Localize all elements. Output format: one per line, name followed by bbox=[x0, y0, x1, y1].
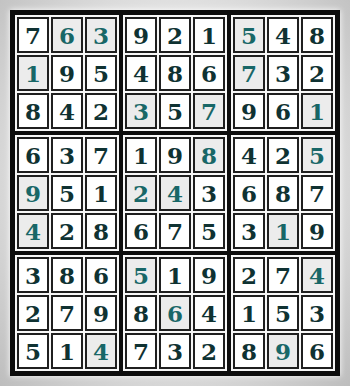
box-r1c3: 548732961 bbox=[229, 13, 337, 133]
cell-r6c4[interactable]: 6 bbox=[125, 213, 157, 249]
cell-r3c9[interactable]: 1 bbox=[301, 93, 333, 129]
cell-r3c6[interactable]: 7 bbox=[193, 93, 225, 129]
cell-r1c7[interactable]: 5 bbox=[233, 17, 265, 53]
cell-r6c3[interactable]: 8 bbox=[85, 213, 117, 249]
box-r1c1: 763195842 bbox=[13, 13, 121, 133]
cell-r2c8[interactable]: 3 bbox=[267, 55, 299, 91]
cell-r1c3[interactable]: 3 bbox=[85, 17, 117, 53]
cell-r3c4[interactable]: 3 bbox=[125, 93, 157, 129]
cell-r3c1[interactable]: 8 bbox=[17, 93, 49, 129]
cell-r5c5[interactable]: 4 bbox=[159, 175, 191, 211]
cell-r6c9[interactable]: 9 bbox=[301, 213, 333, 249]
cell-r7c6[interactable]: 9 bbox=[193, 257, 225, 293]
cell-r8c7[interactable]: 1 bbox=[233, 295, 265, 331]
cell-r6c8[interactable]: 1 bbox=[267, 213, 299, 249]
cell-r1c2[interactable]: 6 bbox=[51, 17, 83, 53]
cell-r1c1[interactable]: 7 bbox=[17, 17, 49, 53]
cell-r5c9[interactable]: 7 bbox=[301, 175, 333, 211]
cell-r3c2[interactable]: 4 bbox=[51, 93, 83, 129]
cell-r8c1[interactable]: 2 bbox=[17, 295, 49, 331]
cell-r4c2[interactable]: 3 bbox=[51, 137, 83, 173]
cell-r5c7[interactable]: 6 bbox=[233, 175, 265, 211]
cell-r2c9[interactable]: 2 bbox=[301, 55, 333, 91]
cell-r3c7[interactable]: 9 bbox=[233, 93, 265, 129]
cell-r4c9[interactable]: 5 bbox=[301, 137, 333, 173]
cell-r8c5[interactable]: 6 bbox=[159, 295, 191, 331]
box-r2c1: 637951428 bbox=[13, 133, 121, 253]
cell-r1c6[interactable]: 1 bbox=[193, 17, 225, 53]
cell-r9c2[interactable]: 1 bbox=[51, 333, 83, 369]
cell-r7c8[interactable]: 7 bbox=[267, 257, 299, 293]
cell-r3c3[interactable]: 2 bbox=[85, 93, 117, 129]
cell-r4c3[interactable]: 7 bbox=[85, 137, 117, 173]
cell-r1c9[interactable]: 8 bbox=[301, 17, 333, 53]
cell-r7c2[interactable]: 8 bbox=[51, 257, 83, 293]
cell-r9c7[interactable]: 8 bbox=[233, 333, 265, 369]
cell-r9c3[interactable]: 4 bbox=[85, 333, 117, 369]
cell-r8c2[interactable]: 7 bbox=[51, 295, 83, 331]
cell-r6c6[interactable]: 5 bbox=[193, 213, 225, 249]
cell-r7c1[interactable]: 3 bbox=[17, 257, 49, 293]
box-r2c3: 425687319 bbox=[229, 133, 337, 253]
cell-r4c4[interactable]: 1 bbox=[125, 137, 157, 173]
cell-r2c4[interactable]: 4 bbox=[125, 55, 157, 91]
cell-r5c4[interactable]: 2 bbox=[125, 175, 157, 211]
box-r1c2: 921486357 bbox=[121, 13, 229, 133]
cell-r8c4[interactable]: 8 bbox=[125, 295, 157, 331]
cell-r9c6[interactable]: 2 bbox=[193, 333, 225, 369]
cell-r3c8[interactable]: 6 bbox=[267, 93, 299, 129]
cell-r7c7[interactable]: 2 bbox=[233, 257, 265, 293]
page-background: 7631958429214863575487329616379514281982… bbox=[0, 0, 350, 386]
cell-r9c4[interactable]: 7 bbox=[125, 333, 157, 369]
cell-r2c6[interactable]: 6 bbox=[193, 55, 225, 91]
cell-r6c2[interactable]: 2 bbox=[51, 213, 83, 249]
cell-r9c1[interactable]: 5 bbox=[17, 333, 49, 369]
cell-r8c9[interactable]: 3 bbox=[301, 295, 333, 331]
cell-r4c1[interactable]: 6 bbox=[17, 137, 49, 173]
cell-r9c9[interactable]: 6 bbox=[301, 333, 333, 369]
cell-r5c3[interactable]: 1 bbox=[85, 175, 117, 211]
cell-r2c3[interactable]: 5 bbox=[85, 55, 117, 91]
cell-r8c6[interactable]: 4 bbox=[193, 295, 225, 331]
cell-r3c5[interactable]: 5 bbox=[159, 93, 191, 129]
box-r3c1: 386279514 bbox=[13, 253, 121, 373]
cell-r8c8[interactable]: 5 bbox=[267, 295, 299, 331]
cell-r2c2[interactable]: 9 bbox=[51, 55, 83, 91]
cell-r7c3[interactable]: 6 bbox=[85, 257, 117, 293]
cell-r9c8[interactable]: 9 bbox=[267, 333, 299, 369]
cell-r2c7[interactable]: 7 bbox=[233, 55, 265, 91]
cell-r2c5[interactable]: 8 bbox=[159, 55, 191, 91]
cell-r6c7[interactable]: 3 bbox=[233, 213, 265, 249]
sudoku-board: 7631958429214863575487329616379514281982… bbox=[10, 10, 340, 376]
cell-r7c4[interactable]: 5 bbox=[125, 257, 157, 293]
cell-r6c1[interactable]: 4 bbox=[17, 213, 49, 249]
cell-r9c5[interactable]: 3 bbox=[159, 333, 191, 369]
cell-r1c8[interactable]: 4 bbox=[267, 17, 299, 53]
cell-r4c7[interactable]: 4 bbox=[233, 137, 265, 173]
box-r3c2: 519864732 bbox=[121, 253, 229, 373]
cell-r1c5[interactable]: 2 bbox=[159, 17, 191, 53]
cell-r5c1[interactable]: 9 bbox=[17, 175, 49, 211]
cell-r1c4[interactable]: 9 bbox=[125, 17, 157, 53]
box-r3c3: 274153896 bbox=[229, 253, 337, 373]
cell-r6c5[interactable]: 7 bbox=[159, 213, 191, 249]
box-r2c2: 198243675 bbox=[121, 133, 229, 253]
cell-r5c8[interactable]: 8 bbox=[267, 175, 299, 211]
cell-r5c6[interactable]: 3 bbox=[193, 175, 225, 211]
cell-r7c5[interactable]: 1 bbox=[159, 257, 191, 293]
cell-r8c3[interactable]: 9 bbox=[85, 295, 117, 331]
cell-r4c5[interactable]: 9 bbox=[159, 137, 191, 173]
cell-r4c6[interactable]: 8 bbox=[193, 137, 225, 173]
cell-r5c2[interactable]: 5 bbox=[51, 175, 83, 211]
cell-r4c8[interactable]: 2 bbox=[267, 137, 299, 173]
cell-r7c9[interactable]: 4 bbox=[301, 257, 333, 293]
cell-r2c1[interactable]: 1 bbox=[17, 55, 49, 91]
